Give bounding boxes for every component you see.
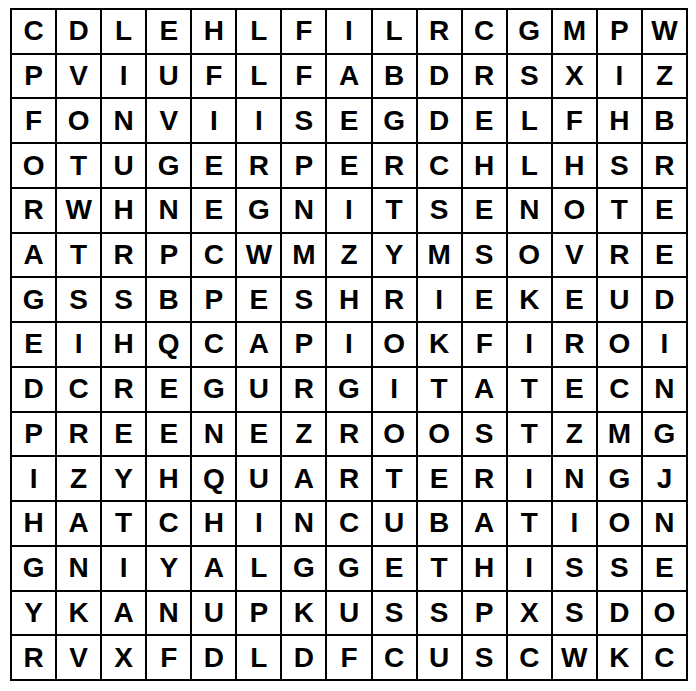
grid-cell-r12c8[interactable]: C: [327, 502, 370, 545]
grid-cell-r8c3[interactable]: H: [102, 323, 145, 366]
grid-cell-r12c1[interactable]: H: [12, 502, 55, 545]
grid-cell-r5c12[interactable]: N: [508, 189, 551, 232]
grid-cell-r9c13[interactable]: E: [553, 368, 596, 411]
grid-cell-r3c8[interactable]: E: [327, 99, 370, 142]
grid-cell-r13c2[interactable]: N: [57, 547, 100, 590]
grid-cell-r11c14[interactable]: G: [598, 457, 641, 500]
grid-cell-r5c4[interactable]: N: [147, 189, 190, 232]
grid-cell-r8c7[interactable]: P: [282, 323, 325, 366]
grid-cell-r15c9[interactable]: C: [373, 636, 416, 679]
grid-cell-r14c2[interactable]: K: [57, 592, 100, 635]
grid-cell-r15c11[interactable]: S: [463, 636, 506, 679]
grid-cell-r8c10[interactable]: K: [418, 323, 461, 366]
grid-cell-r11c11[interactable]: R: [463, 457, 506, 500]
grid-cell-r4c11[interactable]: H: [463, 144, 506, 187]
grid-cell-r11c13[interactable]: N: [553, 457, 596, 500]
grid-cell-r8c14[interactable]: O: [598, 323, 641, 366]
grid-cell-r15c5[interactable]: D: [192, 636, 235, 679]
grid-cell-r6c15[interactable]: E: [643, 234, 686, 277]
grid-cell-r1c1[interactable]: C: [12, 10, 55, 53]
grid-cell-r13c1[interactable]: G: [12, 547, 55, 590]
grid-cell-r3c10[interactable]: D: [418, 99, 461, 142]
grid-cell-r7c2[interactable]: S: [57, 278, 100, 321]
grid-cell-r6c2[interactable]: T: [57, 234, 100, 277]
grid-cell-r10c1[interactable]: P: [12, 413, 55, 456]
grid-cell-r3c6[interactable]: I: [237, 99, 280, 142]
grid-cell-r2c6[interactable]: L: [237, 55, 280, 98]
grid-cell-r1c15[interactable]: W: [643, 10, 686, 53]
grid-cell-r7c14[interactable]: U: [598, 278, 641, 321]
grid-cell-r1c9[interactable]: L: [373, 10, 416, 53]
grid-cell-r5c8[interactable]: I: [327, 189, 370, 232]
grid-cell-r11c9[interactable]: T: [373, 457, 416, 500]
grid-cell-r13c5[interactable]: A: [192, 547, 235, 590]
grid-cell-r11c8[interactable]: R: [327, 457, 370, 500]
grid-cell-r13c15[interactable]: E: [643, 547, 686, 590]
grid-cell-r11c4[interactable]: H: [147, 457, 190, 500]
grid-cell-r7c1[interactable]: G: [12, 278, 55, 321]
grid-cell-r2c12[interactable]: S: [508, 55, 551, 98]
grid-cell-r12c6[interactable]: I: [237, 502, 280, 545]
grid-cell-r9c15[interactable]: N: [643, 368, 686, 411]
grid-cell-r6c12[interactable]: O: [508, 234, 551, 277]
grid-cell-r1c3[interactable]: L: [102, 10, 145, 53]
grid-cell-r3c3[interactable]: N: [102, 99, 145, 142]
grid-cell-r9c12[interactable]: T: [508, 368, 551, 411]
grid-cell-r8c5[interactable]: C: [192, 323, 235, 366]
grid-cell-r13c7[interactable]: G: [282, 547, 325, 590]
grid-cell-r14c15[interactable]: O: [643, 592, 686, 635]
grid-cell-r13c12[interactable]: I: [508, 547, 551, 590]
grid-cell-r12c4[interactable]: C: [147, 502, 190, 545]
grid-cell-r6c5[interactable]: C: [192, 234, 235, 277]
grid-cell-r9c11[interactable]: A: [463, 368, 506, 411]
grid-cell-r3c15[interactable]: B: [643, 99, 686, 142]
grid-cell-r2c1[interactable]: P: [12, 55, 55, 98]
grid-cell-r2c7[interactable]: F: [282, 55, 325, 98]
grid-cell-r1c10[interactable]: R: [418, 10, 461, 53]
grid-cell-r2c8[interactable]: A: [327, 55, 370, 98]
grid-cell-r7c3[interactable]: S: [102, 278, 145, 321]
grid-cell-r12c10[interactable]: B: [418, 502, 461, 545]
grid-cell-r14c4[interactable]: N: [147, 592, 190, 635]
grid-cell-r4c8[interactable]: E: [327, 144, 370, 187]
grid-cell-r1c4[interactable]: E: [147, 10, 190, 53]
grid-cell-r12c7[interactable]: N: [282, 502, 325, 545]
grid-cell-r15c4[interactable]: F: [147, 636, 190, 679]
grid-cell-r6c13[interactable]: V: [553, 234, 596, 277]
grid-cell-r11c2[interactable]: Z: [57, 457, 100, 500]
grid-cell-r13c14[interactable]: S: [598, 547, 641, 590]
grid-cell-r5c1[interactable]: R: [12, 189, 55, 232]
grid-cell-r6c14[interactable]: R: [598, 234, 641, 277]
grid-cell-r15c6[interactable]: L: [237, 636, 280, 679]
grid-cell-r10c11[interactable]: S: [463, 413, 506, 456]
grid-cell-r9c2[interactable]: C: [57, 368, 100, 411]
grid-cell-r3c7[interactable]: S: [282, 99, 325, 142]
grid-cell-r14c1[interactable]: Y: [12, 592, 55, 635]
grid-cell-r9c9[interactable]: I: [373, 368, 416, 411]
grid-cell-r1c11[interactable]: C: [463, 10, 506, 53]
grid-cell-r12c2[interactable]: A: [57, 502, 100, 545]
grid-cell-r15c14[interactable]: K: [598, 636, 641, 679]
grid-cell-r7c11[interactable]: E: [463, 278, 506, 321]
grid-cell-r6c3[interactable]: R: [102, 234, 145, 277]
grid-cell-r5c7[interactable]: N: [282, 189, 325, 232]
grid-cell-r9c6[interactable]: U: [237, 368, 280, 411]
grid-cell-r8c11[interactable]: F: [463, 323, 506, 366]
grid-cell-r6c9[interactable]: Y: [373, 234, 416, 277]
grid-cell-r5c9[interactable]: T: [373, 189, 416, 232]
grid-cell-r3c13[interactable]: F: [553, 99, 596, 142]
grid-cell-r2c4[interactable]: U: [147, 55, 190, 98]
grid-cell-r3c12[interactable]: L: [508, 99, 551, 142]
grid-cell-r15c10[interactable]: U: [418, 636, 461, 679]
grid-cell-r3c11[interactable]: E: [463, 99, 506, 142]
grid-cell-r4c14[interactable]: S: [598, 144, 641, 187]
grid-cell-r12c13[interactable]: I: [553, 502, 596, 545]
grid-cell-r10c12[interactable]: T: [508, 413, 551, 456]
grid-cell-r14c12[interactable]: X: [508, 592, 551, 635]
grid-cell-r1c14[interactable]: P: [598, 10, 641, 53]
grid-cell-r13c9[interactable]: E: [373, 547, 416, 590]
grid-cell-r4c3[interactable]: U: [102, 144, 145, 187]
grid-cell-r14c8[interactable]: U: [327, 592, 370, 635]
grid-cell-r1c12[interactable]: G: [508, 10, 551, 53]
grid-cell-r10c9[interactable]: O: [373, 413, 416, 456]
grid-cell-r15c15[interactable]: C: [643, 636, 686, 679]
grid-cell-r14c11[interactable]: P: [463, 592, 506, 635]
grid-cell-r15c2[interactable]: V: [57, 636, 100, 679]
grid-cell-r11c6[interactable]: U: [237, 457, 280, 500]
grid-cell-r7c5[interactable]: P: [192, 278, 235, 321]
grid-cell-r4c4[interactable]: G: [147, 144, 190, 187]
grid-cell-r12c12[interactable]: T: [508, 502, 551, 545]
grid-cell-r1c6[interactable]: L: [237, 10, 280, 53]
grid-cell-r8c13[interactable]: R: [553, 323, 596, 366]
grid-cell-r11c10[interactable]: E: [418, 457, 461, 500]
grid-cell-r6c6[interactable]: W: [237, 234, 280, 277]
grid-cell-r9c10[interactable]: T: [418, 368, 461, 411]
grid-cell-r7c12[interactable]: K: [508, 278, 551, 321]
grid-cell-r9c8[interactable]: G: [327, 368, 370, 411]
grid-cell-r5c5[interactable]: E: [192, 189, 235, 232]
grid-cell-r12c15[interactable]: N: [643, 502, 686, 545]
grid-cell-r10c14[interactable]: M: [598, 413, 641, 456]
grid-cell-r14c13[interactable]: S: [553, 592, 596, 635]
grid-cell-r13c13[interactable]: S: [553, 547, 596, 590]
grid-cell-r11c3[interactable]: Y: [102, 457, 145, 500]
grid-cell-r14c5[interactable]: U: [192, 592, 235, 635]
grid-cell-r13c8[interactable]: G: [327, 547, 370, 590]
grid-cell-r9c14[interactable]: C: [598, 368, 641, 411]
grid-cell-r12c14[interactable]: O: [598, 502, 641, 545]
grid-cell-r2c3[interactable]: I: [102, 55, 145, 98]
grid-cell-r6c4[interactable]: P: [147, 234, 190, 277]
grid-cell-r11c7[interactable]: A: [282, 457, 325, 500]
grid-cell-r15c7[interactable]: D: [282, 636, 325, 679]
grid-cell-r4c2[interactable]: T: [57, 144, 100, 187]
grid-cell-r5c10[interactable]: S: [418, 189, 461, 232]
grid-cell-r2c10[interactable]: D: [418, 55, 461, 98]
grid-cell-r11c1[interactable]: I: [12, 457, 55, 500]
grid-cell-r10c10[interactable]: O: [418, 413, 461, 456]
grid-cell-r9c4[interactable]: E: [147, 368, 190, 411]
grid-cell-r7c8[interactable]: H: [327, 278, 370, 321]
grid-cell-r1c8[interactable]: I: [327, 10, 370, 53]
grid-cell-r9c1[interactable]: D: [12, 368, 55, 411]
grid-cell-r14c9[interactable]: S: [373, 592, 416, 635]
grid-cell-r10c15[interactable]: G: [643, 413, 686, 456]
grid-cell-r14c14[interactable]: D: [598, 592, 641, 635]
grid-cell-r4c6[interactable]: R: [237, 144, 280, 187]
grid-cell-r15c12[interactable]: C: [508, 636, 551, 679]
grid-cell-r5c3[interactable]: H: [102, 189, 145, 232]
grid-cell-r13c10[interactable]: T: [418, 547, 461, 590]
grid-cell-r3c4[interactable]: V: [147, 99, 190, 142]
grid-cell-r7c15[interactable]: D: [643, 278, 686, 321]
grid-cell-r1c5[interactable]: H: [192, 10, 235, 53]
grid-cell-r5c14[interactable]: T: [598, 189, 641, 232]
grid-cell-r10c4[interactable]: E: [147, 413, 190, 456]
grid-cell-r7c13[interactable]: E: [553, 278, 596, 321]
grid-cell-r9c7[interactable]: R: [282, 368, 325, 411]
grid-cell-r5c15[interactable]: E: [643, 189, 686, 232]
grid-cell-r6c8[interactable]: Z: [327, 234, 370, 277]
grid-cell-r3c9[interactable]: G: [373, 99, 416, 142]
grid-cell-r8c12[interactable]: I: [508, 323, 551, 366]
grid-cell-r6c11[interactable]: S: [463, 234, 506, 277]
grid-cell-r7c9[interactable]: R: [373, 278, 416, 321]
grid-cell-r14c3[interactable]: A: [102, 592, 145, 635]
grid-cell-r5c6[interactable]: G: [237, 189, 280, 232]
grid-cell-r6c7[interactable]: M: [282, 234, 325, 277]
grid-cell-r8c9[interactable]: O: [373, 323, 416, 366]
grid-cell-r4c12[interactable]: L: [508, 144, 551, 187]
grid-cell-r4c1[interactable]: O: [12, 144, 55, 187]
grid-cell-r14c7[interactable]: K: [282, 592, 325, 635]
grid-cell-r10c13[interactable]: Z: [553, 413, 596, 456]
grid-cell-r12c5[interactable]: H: [192, 502, 235, 545]
grid-cell-r11c5[interactable]: Q: [192, 457, 235, 500]
grid-cell-r10c3[interactable]: E: [102, 413, 145, 456]
grid-cell-r7c4[interactable]: B: [147, 278, 190, 321]
grid-cell-r5c13[interactable]: O: [553, 189, 596, 232]
grid-cell-r14c10[interactable]: S: [418, 592, 461, 635]
grid-cell-r2c2[interactable]: V: [57, 55, 100, 98]
grid-cell-r2c9[interactable]: B: [373, 55, 416, 98]
grid-cell-r11c15[interactable]: J: [643, 457, 686, 500]
grid-cell-r3c1[interactable]: F: [12, 99, 55, 142]
grid-cell-r1c2[interactable]: D: [57, 10, 100, 53]
grid-cell-r4c7[interactable]: P: [282, 144, 325, 187]
grid-cell-r2c15[interactable]: Z: [643, 55, 686, 98]
grid-cell-r14c6[interactable]: P: [237, 592, 280, 635]
grid-cell-r4c5[interactable]: E: [192, 144, 235, 187]
grid-cell-r13c4[interactable]: Y: [147, 547, 190, 590]
grid-cell-r7c10[interactable]: I: [418, 278, 461, 321]
grid-cell-r13c3[interactable]: I: [102, 547, 145, 590]
grid-cell-r10c7[interactable]: Z: [282, 413, 325, 456]
grid-cell-r11c12[interactable]: I: [508, 457, 551, 500]
grid-cell-r5c11[interactable]: E: [463, 189, 506, 232]
grid-cell-r4c10[interactable]: C: [418, 144, 461, 187]
grid-cell-r4c15[interactable]: R: [643, 144, 686, 187]
grid-cell-r6c10[interactable]: M: [418, 234, 461, 277]
grid-cell-r10c5[interactable]: N: [192, 413, 235, 456]
grid-cell-r13c11[interactable]: H: [463, 547, 506, 590]
grid-cell-r8c4[interactable]: Q: [147, 323, 190, 366]
grid-cell-r10c6[interactable]: E: [237, 413, 280, 456]
grid-cell-r13c6[interactable]: L: [237, 547, 280, 590]
grid-cell-r9c3[interactable]: R: [102, 368, 145, 411]
grid-cell-r7c6[interactable]: E: [237, 278, 280, 321]
grid-cell-r7c7[interactable]: S: [282, 278, 325, 321]
grid-cell-r8c1[interactable]: E: [12, 323, 55, 366]
grid-cell-r9c5[interactable]: G: [192, 368, 235, 411]
grid-cell-r10c2[interactable]: R: [57, 413, 100, 456]
grid-cell-r2c11[interactable]: R: [463, 55, 506, 98]
grid-cell-r2c5[interactable]: F: [192, 55, 235, 98]
grid-cell-r1c13[interactable]: M: [553, 10, 596, 53]
grid-cell-r10c8[interactable]: R: [327, 413, 370, 456]
grid-cell-r4c9[interactable]: R: [373, 144, 416, 187]
grid-cell-r12c3[interactable]: T: [102, 502, 145, 545]
grid-cell-r3c2[interactable]: O: [57, 99, 100, 142]
grid-cell-r8c6[interactable]: A: [237, 323, 280, 366]
grid-cell-r3c14[interactable]: H: [598, 99, 641, 142]
grid-cell-r8c2[interactable]: I: [57, 323, 100, 366]
grid-cell-r8c15[interactable]: I: [643, 323, 686, 366]
grid-cell-r3c5[interactable]: I: [192, 99, 235, 142]
grid-cell-r15c8[interactable]: F: [327, 636, 370, 679]
grid-cell-r15c3[interactable]: X: [102, 636, 145, 679]
grid-cell-r8c8[interactable]: I: [327, 323, 370, 366]
grid-cell-r1c7[interactable]: F: [282, 10, 325, 53]
grid-cell-r4c13[interactable]: H: [553, 144, 596, 187]
grid-cell-r5c2[interactable]: W: [57, 189, 100, 232]
grid-cell-r15c13[interactable]: W: [553, 636, 596, 679]
grid-cell-r12c11[interactable]: A: [463, 502, 506, 545]
grid-cell-r15c1[interactable]: R: [12, 636, 55, 679]
grid-cell-r2c13[interactable]: X: [553, 55, 596, 98]
grid-cell-r12c9[interactable]: U: [373, 502, 416, 545]
word-search-grid: CDLEHLFILRCGMPWPVIUFLFABDRSXIZFONVIISEGD…: [10, 8, 688, 681]
grid-cell-r6c1[interactable]: A: [12, 234, 55, 277]
grid-cell-r2c14[interactable]: I: [598, 55, 641, 98]
